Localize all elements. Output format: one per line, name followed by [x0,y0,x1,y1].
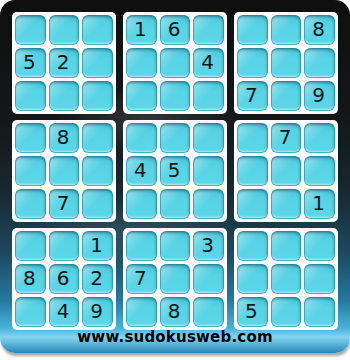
box-8: 378 [123,228,227,330]
cell-r1c6[interactable] [193,15,224,45]
cell-r4c7[interactable] [237,123,268,153]
cell-r8c6[interactable] [193,264,224,294]
cell-r7c7[interactable] [237,231,268,261]
cell-r7c3[interactable]: 1 [82,231,113,261]
cell-digit: 7 [57,193,70,213]
cell-r4c6[interactable] [193,123,224,153]
board-frame: 521648798745711862493785 www.sudokusweb.… [0,0,350,353]
box-4: 87 [12,120,116,222]
cell-digit: 9 [312,85,325,105]
cell-r7c1[interactable] [15,231,46,261]
cell-r3c8[interactable] [271,81,302,111]
cell-r1c7[interactable] [237,15,268,45]
cell-digit: 2 [57,52,70,72]
cell-r6c1[interactable] [15,189,46,219]
cell-digit: 8 [168,301,181,321]
cell-r9c5[interactable]: 8 [160,297,191,327]
cell-r3c6[interactable] [193,81,224,111]
cell-r5c1[interactable] [15,156,46,186]
cell-r2c6[interactable]: 4 [193,48,224,78]
cell-r9c2[interactable]: 4 [49,297,80,327]
cell-r8c8[interactable] [271,264,302,294]
cell-r9c1[interactable] [15,297,46,327]
cell-r4c9[interactable] [304,123,335,153]
cell-r6c4[interactable] [126,189,157,219]
cell-r6c9[interactable]: 1 [304,189,335,219]
cell-r1c2[interactable] [49,15,80,45]
cell-r1c4[interactable]: 1 [126,15,157,45]
box-6: 71 [234,120,338,222]
cell-r8c3[interactable]: 2 [82,264,113,294]
cell-digit: 2 [90,268,103,288]
cell-r7c6[interactable]: 3 [193,231,224,261]
cell-r5c5[interactable]: 5 [160,156,191,186]
cell-r5c2[interactable] [49,156,80,186]
cell-r3c2[interactable] [49,81,80,111]
cell-r9c7[interactable]: 5 [237,297,268,327]
cell-r8c2[interactable]: 6 [49,264,80,294]
cell-r6c5[interactable] [160,189,191,219]
cell-r2c2[interactable]: 2 [49,48,80,78]
cell-r4c2[interactable]: 8 [49,123,80,153]
cell-r9c6[interactable] [193,297,224,327]
cell-digit: 8 [312,19,325,39]
sudoku-board: 521648798745711862493785 [12,12,338,330]
cell-digit: 7 [245,85,258,105]
cell-digit: 5 [23,52,36,72]
cell-r5c7[interactable] [237,156,268,186]
cell-r3c5[interactable] [160,81,191,111]
cell-r4c8[interactable]: 7 [271,123,302,153]
box-2: 164 [123,12,227,114]
cell-r8c9[interactable] [304,264,335,294]
box-7: 186249 [12,228,116,330]
cell-digit: 1 [90,235,103,255]
cell-r6c6[interactable] [193,189,224,219]
cell-r2c3[interactable] [82,48,113,78]
cell-r5c8[interactable] [271,156,302,186]
box-1: 52 [12,12,116,114]
cell-r1c1[interactable] [15,15,46,45]
cell-r9c3[interactable]: 9 [82,297,113,327]
footer: www.sudokusweb.com [0,327,350,347]
cell-r1c5[interactable]: 6 [160,15,191,45]
cell-digit: 1 [312,193,325,213]
cell-r3c3[interactable] [82,81,113,111]
cell-r7c2[interactable] [49,231,80,261]
cell-r2c7[interactable] [237,48,268,78]
cell-r6c3[interactable] [82,189,113,219]
footer-site-link[interactable]: www.sudokusweb.com [77,328,272,346]
cell-digit: 4 [57,301,70,321]
cell-r4c4[interactable] [126,123,157,153]
cell-r9c4[interactable] [126,297,157,327]
cell-digit: 5 [168,160,181,180]
cell-r2c1[interactable]: 5 [15,48,46,78]
cell-r4c5[interactable] [160,123,191,153]
cell-r7c9[interactable] [304,231,335,261]
cell-r3c7[interactable]: 7 [237,81,268,111]
cell-r8c7[interactable] [237,264,268,294]
cell-r7c8[interactable] [271,231,302,261]
cell-r6c7[interactable] [237,189,268,219]
cell-r3c1[interactable] [15,81,46,111]
cell-digit: 8 [57,127,70,147]
cell-r8c4[interactable]: 7 [126,264,157,294]
cell-r4c1[interactable] [15,123,46,153]
cell-r6c2[interactable]: 7 [49,189,80,219]
cell-digit: 4 [201,52,214,72]
cell-r8c1[interactable]: 8 [15,264,46,294]
cell-r6c8[interactable] [271,189,302,219]
cell-r1c9[interactable]: 8 [304,15,335,45]
cell-r8c5[interactable] [160,264,191,294]
cell-r9c9[interactable] [304,297,335,327]
cell-r3c4[interactable] [126,81,157,111]
cell-r5c9[interactable] [304,156,335,186]
cell-digit: 6 [168,19,181,39]
cell-r2c4[interactable] [126,48,157,78]
cell-r3c9[interactable]: 9 [304,81,335,111]
cell-digit: 7 [279,127,292,147]
cell-r2c8[interactable] [271,48,302,78]
cell-digit: 9 [90,301,103,321]
cell-digit: 6 [57,268,70,288]
cell-r4c3[interactable] [82,123,113,153]
cell-r5c6[interactable] [193,156,224,186]
cell-digit: 5 [245,301,258,321]
cell-r9c8[interactable] [271,297,302,327]
cell-r1c8[interactable] [271,15,302,45]
cell-digit: 8 [23,268,36,288]
cell-r5c4[interactable]: 4 [126,156,157,186]
cell-digit: 1 [134,19,147,39]
cell-r7c4[interactable] [126,231,157,261]
cell-r5c3[interactable] [82,156,113,186]
cell-digit: 7 [134,268,147,288]
cell-digit: 3 [201,235,214,255]
box-3: 879 [234,12,338,114]
box-5: 45 [123,120,227,222]
cell-digit: 4 [134,160,147,180]
box-9: 5 [234,228,338,330]
cell-r2c5[interactable] [160,48,191,78]
cell-r7c5[interactable] [160,231,191,261]
cell-r2c9[interactable] [304,48,335,78]
cell-r1c3[interactable] [82,15,113,45]
